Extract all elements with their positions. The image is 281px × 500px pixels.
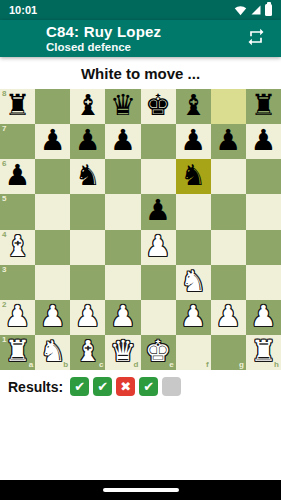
results-row: Results: ✔✔✖✔ xyxy=(0,370,281,396)
square-c2[interactable]: ♟ xyxy=(70,300,105,335)
piece-black-pawn: ♟ xyxy=(110,126,136,157)
results-label: Results: xyxy=(8,379,63,395)
piece-black-king: ♚ xyxy=(145,91,171,122)
result-empty-icon xyxy=(162,377,181,396)
square-f4[interactable] xyxy=(176,230,211,265)
square-f3[interactable]: ♞ xyxy=(176,265,211,300)
square-e5[interactable]: ♟ xyxy=(141,194,176,229)
file-label-c: c xyxy=(99,361,103,369)
piece-white-bishop: ♝ xyxy=(75,337,101,368)
piece-black-rook: ♜ xyxy=(250,91,276,122)
square-a6[interactable]: 6♟ xyxy=(0,159,35,194)
navigation-bar xyxy=(0,480,281,500)
square-a1[interactable]: 1a♜ xyxy=(0,335,35,370)
file-label-d: d xyxy=(134,361,139,369)
file-label-f: f xyxy=(206,361,209,369)
page-title: C84: Ruy Lopez xyxy=(46,23,244,41)
file-label-h: h xyxy=(274,361,279,369)
square-g3[interactable] xyxy=(211,265,246,300)
result-pass-icon: ✔ xyxy=(70,377,89,396)
square-h5[interactable] xyxy=(246,194,281,229)
file-label-a: a xyxy=(29,361,33,369)
piece-white-pawn: ♟ xyxy=(180,302,206,333)
file-label-e: e xyxy=(169,361,173,369)
piece-black-rook: ♜ xyxy=(5,91,31,122)
piece-white-pawn: ♟ xyxy=(250,302,276,333)
square-b3[interactable] xyxy=(35,265,70,300)
piece-white-bishop: ♝ xyxy=(5,232,31,263)
square-h4[interactable] xyxy=(246,230,281,265)
square-a4[interactable]: 4♝ xyxy=(0,230,35,265)
piece-white-pawn: ♟ xyxy=(110,302,136,333)
square-e7[interactable] xyxy=(141,124,176,159)
square-b2[interactable]: ♟ xyxy=(35,300,70,335)
square-f8[interactable]: ♝ xyxy=(176,89,211,124)
square-c8[interactable]: ♝ xyxy=(70,89,105,124)
square-d1[interactable]: d♛ xyxy=(105,335,140,370)
square-f5[interactable] xyxy=(176,194,211,229)
piece-white-pawn: ♟ xyxy=(145,232,171,263)
piece-white-rook: ♜ xyxy=(250,337,276,368)
result-pass-icon: ✔ xyxy=(93,377,112,396)
opening-titles: C84: Ruy Lopez Closed defence xyxy=(46,23,244,55)
square-e3[interactable] xyxy=(141,265,176,300)
square-g8[interactable] xyxy=(211,89,246,124)
square-h3[interactable] xyxy=(246,265,281,300)
piece-black-pawn: ♟ xyxy=(5,161,31,192)
square-b5[interactable] xyxy=(35,194,70,229)
side-to-move-banner: White to move ... xyxy=(0,57,281,89)
piece-black-queen: ♛ xyxy=(110,91,136,122)
square-c6[interactable]: ♞ xyxy=(70,159,105,194)
rank-label-1: 1 xyxy=(2,336,6,344)
square-b1[interactable]: b♞ xyxy=(35,335,70,370)
piece-white-queen: ♛ xyxy=(110,337,136,368)
file-label-g: g xyxy=(239,361,244,369)
rank-label-7: 7 xyxy=(2,125,6,133)
square-f7[interactable]: ♟ xyxy=(176,124,211,159)
square-g5[interactable] xyxy=(211,194,246,229)
square-d2[interactable]: ♟ xyxy=(105,300,140,335)
square-a5[interactable]: 5 xyxy=(0,194,35,229)
square-c5[interactable] xyxy=(70,194,105,229)
rank-label-8: 8 xyxy=(2,90,6,98)
square-a8[interactable]: 8♜ xyxy=(0,89,35,124)
square-f2[interactable]: ♟ xyxy=(176,300,211,335)
square-e6[interactable] xyxy=(141,159,176,194)
square-e8[interactable]: ♚ xyxy=(141,89,176,124)
square-c7[interactable]: ♟ xyxy=(70,124,105,159)
square-d3[interactable] xyxy=(105,265,140,300)
piece-black-pawn: ♟ xyxy=(145,196,171,227)
square-c4[interactable] xyxy=(70,230,105,265)
piece-black-pawn: ♟ xyxy=(250,126,276,157)
rank-label-6: 6 xyxy=(2,160,6,168)
piece-black-bishop: ♝ xyxy=(180,91,206,122)
result-pass-icon: ✔ xyxy=(139,377,158,396)
square-d7[interactable]: ♟ xyxy=(105,124,140,159)
piece-white-pawn: ♟ xyxy=(5,302,31,333)
square-a3[interactable]: 3 xyxy=(0,265,35,300)
piece-white-pawn: ♟ xyxy=(215,302,241,333)
page-subtitle: Closed defence xyxy=(46,41,244,55)
piece-black-pawn: ♟ xyxy=(215,126,241,157)
gesture-pill[interactable] xyxy=(103,488,179,492)
rank-label-2: 2 xyxy=(2,301,6,309)
piece-white-pawn: ♟ xyxy=(75,302,101,333)
repeat-icon xyxy=(246,27,266,51)
cell-signal-icon xyxy=(250,4,262,16)
piece-black-pawn: ♟ xyxy=(40,126,66,157)
file-label-b: b xyxy=(63,361,68,369)
square-a2[interactable]: 2♟ xyxy=(0,300,35,335)
status-bar: 10:01 xyxy=(0,0,281,20)
rank-label-5: 5 xyxy=(2,195,6,203)
piece-white-pawn: ♟ xyxy=(40,302,66,333)
clock: 10:01 xyxy=(9,4,37,16)
square-d8[interactable]: ♛ xyxy=(105,89,140,124)
chess-board: 8♜♝♛♚♝♜7♟♟♟♟♟♟6♟♞♞5♟4♝♟3♞2♟♟♟♟♟♟♟1a♜b♞c♝… xyxy=(0,89,281,370)
square-f1[interactable]: f xyxy=(176,335,211,370)
square-b8[interactable] xyxy=(35,89,70,124)
status-icons xyxy=(234,4,272,16)
battery-icon xyxy=(265,4,272,16)
wifi-icon xyxy=(234,4,247,16)
square-h6[interactable] xyxy=(246,159,281,194)
square-g1[interactable]: g xyxy=(211,335,246,370)
square-g7[interactable]: ♟ xyxy=(211,124,246,159)
square-e2[interactable] xyxy=(141,300,176,335)
piece-black-knight: ♞ xyxy=(75,161,101,192)
piece-black-pawn: ♟ xyxy=(180,126,206,157)
piece-black-pawn: ♟ xyxy=(75,126,101,157)
piece-white-rook: ♜ xyxy=(5,337,31,368)
square-e4[interactable]: ♟ xyxy=(141,230,176,265)
repeat-button[interactable] xyxy=(244,27,268,51)
piece-white-knight: ♞ xyxy=(180,267,206,298)
square-d4[interactable] xyxy=(105,230,140,265)
piece-white-knight: ♞ xyxy=(40,337,66,368)
square-g6[interactable] xyxy=(211,159,246,194)
piece-black-knight: ♞ xyxy=(180,161,206,192)
square-d5[interactable] xyxy=(105,194,140,229)
square-b7[interactable]: ♟ xyxy=(35,124,70,159)
square-c1[interactable]: c♝ xyxy=(70,335,105,370)
piece-black-bishop: ♝ xyxy=(75,91,101,122)
square-e1[interactable]: e♚ xyxy=(141,335,176,370)
rank-label-4: 4 xyxy=(2,231,6,239)
square-c3[interactable] xyxy=(70,265,105,300)
square-d6[interactable] xyxy=(105,159,140,194)
square-h1[interactable]: h♜ xyxy=(246,335,281,370)
square-h7[interactable]: ♟ xyxy=(246,124,281,159)
square-g2[interactable]: ♟ xyxy=(211,300,246,335)
square-g4[interactable] xyxy=(211,230,246,265)
square-a7[interactable]: 7 xyxy=(0,124,35,159)
piece-white-king: ♚ xyxy=(145,337,171,368)
square-h8[interactable]: ♜ xyxy=(246,89,281,124)
square-f6[interactable]: ♞ xyxy=(176,159,211,194)
result-fail-icon: ✖ xyxy=(116,377,135,396)
square-b6[interactable] xyxy=(35,159,70,194)
app-bar: C84: Ruy Lopez Closed defence xyxy=(0,20,281,57)
square-h2[interactable]: ♟ xyxy=(246,300,281,335)
rank-label-3: 3 xyxy=(2,266,6,274)
square-b4[interactable] xyxy=(35,230,70,265)
